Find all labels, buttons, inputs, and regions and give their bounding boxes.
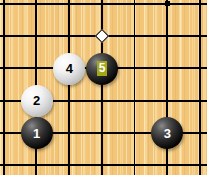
intersection-c7-r5[interactable] (184, 117, 207, 149)
intersection-c4-r3[interactable]: 5 (86, 52, 119, 84)
go-board-grid: 45213 (0, 0, 207, 175)
intersection-c6-r6[interactable] (151, 149, 184, 175)
intersection-c3-r2[interactable] (53, 20, 86, 52)
intersection-c2-r5[interactable]: 1 (20, 117, 53, 149)
move-number: 5 (97, 61, 108, 76)
intersection-c5-r6[interactable] (118, 149, 151, 175)
move-number: 4 (66, 61, 73, 76)
diamond-marker-icon (95, 29, 109, 43)
intersection-c5-r2[interactable] (118, 20, 151, 52)
intersection-c1-r1[interactable] (0, 0, 20, 20)
intersection-c5-r3[interactable] (118, 52, 151, 84)
intersection-c6-r1[interactable] (151, 0, 184, 20)
go-diagram: 45213 (0, 0, 207, 175)
intersection-c5-r1[interactable] (118, 0, 151, 20)
intersection-c3-r5[interactable] (53, 117, 86, 149)
intersection-c3-r3[interactable]: 4 (53, 52, 86, 84)
intersection-c6-r2[interactable] (151, 20, 184, 52)
stone-black-3[interactable]: 3 (151, 117, 183, 149)
intersection-c2-r4[interactable]: 2 (20, 85, 53, 117)
intersection-c3-r6[interactable] (53, 149, 86, 175)
move-number: 3 (164, 126, 171, 141)
intersection-c7-r3[interactable] (184, 52, 207, 84)
intersection-c7-r6[interactable] (184, 149, 207, 175)
intersection-c2-r3[interactable] (20, 52, 53, 84)
intersection-c6-r4[interactable] (151, 85, 184, 117)
intersection-c4-r4[interactable] (86, 85, 119, 117)
move-number: 2 (33, 93, 40, 108)
intersection-c1-r6[interactable] (0, 149, 20, 175)
intersection-c4-r1[interactable] (86, 0, 119, 20)
intersection-c3-r1[interactable] (53, 0, 86, 20)
stone-white-2[interactable]: 2 (21, 85, 53, 117)
stone-white-4[interactable]: 4 (53, 53, 85, 85)
intersection-c7-r2[interactable] (184, 20, 207, 52)
intersection-c2-r6[interactable] (20, 149, 53, 175)
star-point-icon (165, 1, 170, 6)
stone-black-5[interactable]: 5 (86, 53, 118, 85)
intersection-c7-r4[interactable] (184, 85, 207, 117)
intersection-c4-r2[interactable] (86, 20, 119, 52)
move-number: 1 (33, 126, 40, 141)
intersection-c6-r5[interactable]: 3 (151, 117, 184, 149)
intersection-c1-r5[interactable] (0, 117, 20, 149)
intersection-c4-r5[interactable] (86, 117, 119, 149)
intersection-c4-r6[interactable] (86, 149, 119, 175)
intersection-c7-r1[interactable] (184, 0, 207, 20)
stone-black-1[interactable]: 1 (21, 117, 53, 149)
intersection-c6-r3[interactable] (151, 52, 184, 84)
intersection-c5-r4[interactable] (118, 85, 151, 117)
intersection-c5-r5[interactable] (118, 117, 151, 149)
intersection-c2-r1[interactable] (20, 0, 53, 20)
intersection-c1-r2[interactable] (0, 20, 20, 52)
intersection-c1-r4[interactable] (0, 85, 20, 117)
intersection-c1-r3[interactable] (0, 52, 20, 84)
intersection-c2-r2[interactable] (20, 20, 53, 52)
intersection-c3-r4[interactable] (53, 85, 86, 117)
